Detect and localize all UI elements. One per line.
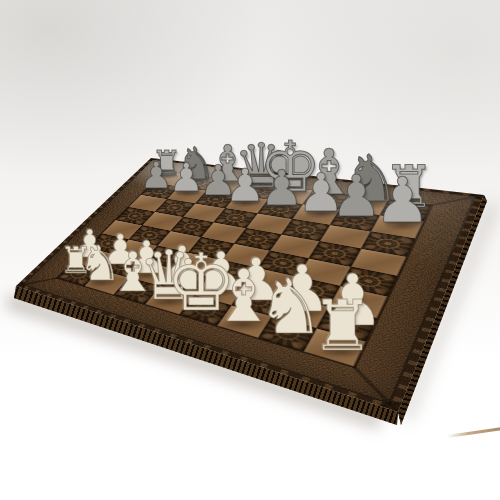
backdrop-edge-line bbox=[447, 427, 500, 438]
photo-backdrop: ♜♞♝♛♚♝♞♜♟♟♟♟♟♟♟♟♟♟♟♟♟♟♟♟♜♞♝♛♚♝♞♜ bbox=[0, 0, 500, 500]
